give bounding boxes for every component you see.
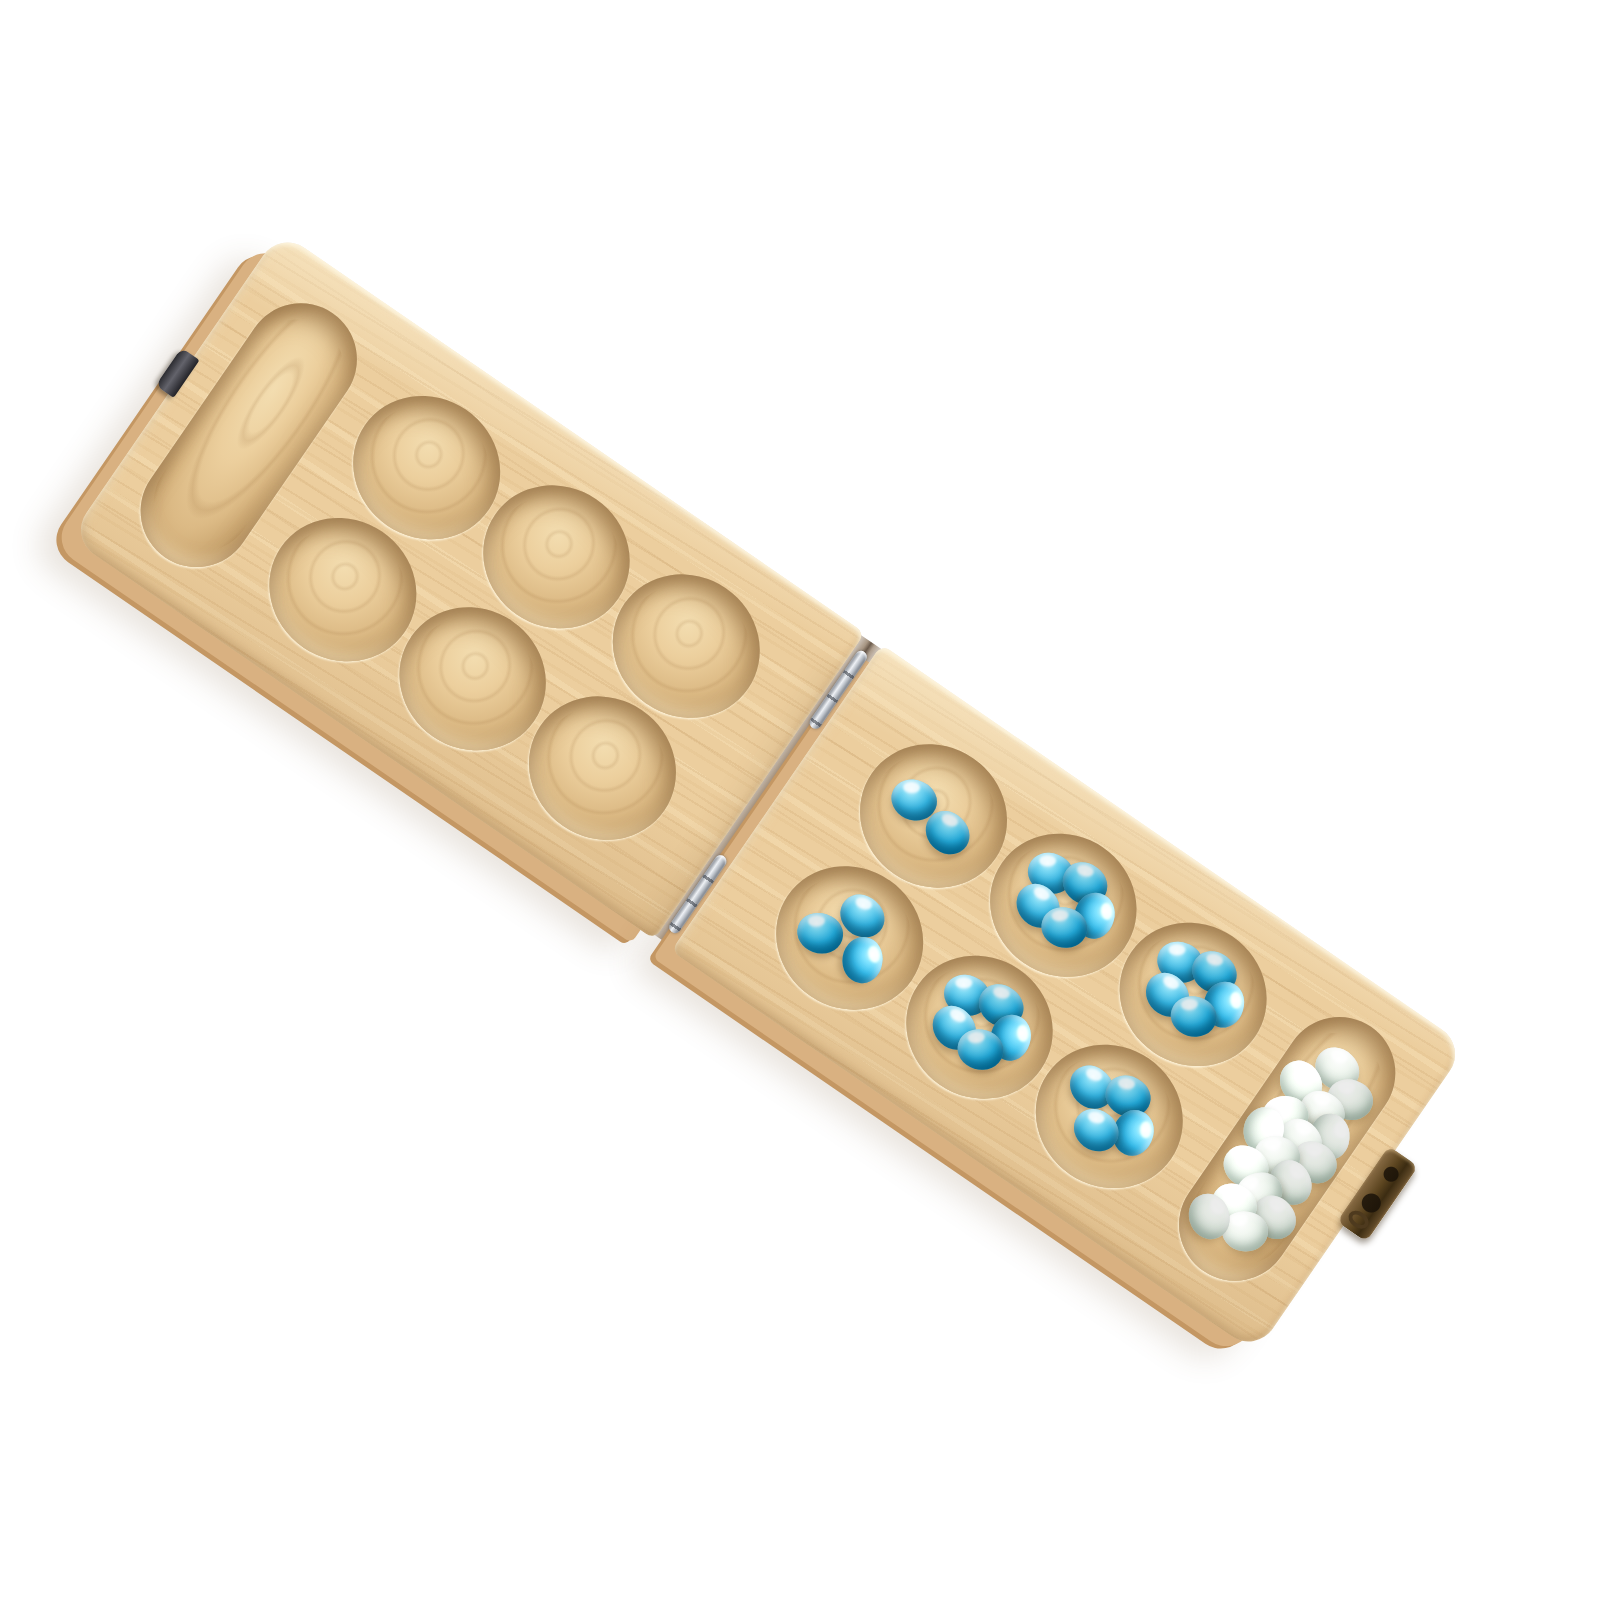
latch-knob-icon: [155, 348, 199, 398]
mancala-board: [69, 231, 1466, 1353]
blue-glass-stone: [839, 934, 886, 986]
pit-grid-right: [748, 716, 1294, 1217]
product-photo-scene: [0, 0, 1600, 1600]
pit-grid-left: [241, 367, 787, 868]
